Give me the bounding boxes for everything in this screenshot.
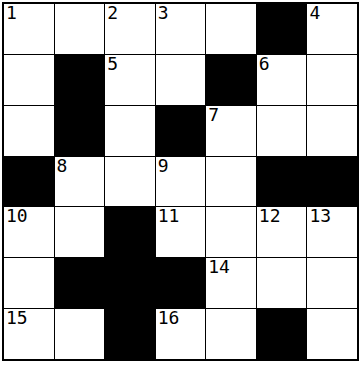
clue-number: 15: [6, 309, 28, 327]
block-r5c3: [105, 207, 155, 257]
cell-r7c7[interactable]: [307, 309, 357, 359]
clue-number: 6: [259, 55, 270, 73]
cell-r3c3[interactable]: [105, 106, 155, 156]
clue-number: 3: [158, 4, 169, 22]
cell-r2c6[interactable]: 6: [257, 55, 307, 105]
cell-r1c4[interactable]: 3: [156, 4, 206, 54]
cell-r5c6[interactable]: 12: [257, 207, 307, 257]
cell-r7c4[interactable]: 16: [156, 309, 206, 359]
cell-r2c7[interactable]: [307, 55, 357, 105]
cell-r3c6[interactable]: [257, 106, 307, 156]
block-r6c2: [55, 258, 105, 308]
cell-r1c7[interactable]: 4: [307, 4, 357, 54]
cell-r2c1[interactable]: [4, 55, 54, 105]
clue-number: 4: [309, 4, 320, 22]
clue-number: 5: [107, 55, 118, 73]
clue-number: 11: [158, 207, 180, 225]
block-r2c5: [206, 55, 256, 105]
cell-r1c1[interactable]: 1: [4, 4, 54, 54]
cell-r5c2[interactable]: [55, 207, 105, 257]
cell-r1c5[interactable]: [206, 4, 256, 54]
cell-r5c1[interactable]: 10: [4, 207, 54, 257]
cell-r4c3[interactable]: [105, 157, 155, 207]
block-r6c4: [156, 258, 206, 308]
clue-number: 9: [158, 157, 169, 175]
block-r4c7: [307, 157, 357, 207]
clue-number: 16: [158, 309, 180, 327]
block-r1c6: [257, 4, 307, 54]
crossword-board: 12345678910111213141516: [2, 2, 359, 361]
clue-number: 8: [57, 157, 68, 175]
cell-r4c2[interactable]: 8: [55, 157, 105, 207]
clue-number: 13: [309, 207, 331, 225]
cell-r6c5[interactable]: 14: [206, 258, 256, 308]
cell-r6c1[interactable]: [4, 258, 54, 308]
cell-r6c6[interactable]: [257, 258, 307, 308]
block-r7c6: [257, 309, 307, 359]
cell-r4c4[interactable]: 9: [156, 157, 206, 207]
cell-r3c5[interactable]: 7: [206, 106, 256, 156]
cell-r2c3[interactable]: 5: [105, 55, 155, 105]
cell-r4c5[interactable]: [206, 157, 256, 207]
clue-number: 1: [6, 4, 17, 22]
block-r6c3: [105, 258, 155, 308]
clue-number: 10: [6, 207, 28, 225]
cell-r1c3[interactable]: 2: [105, 4, 155, 54]
cell-r5c4[interactable]: 11: [156, 207, 206, 257]
cell-r5c5[interactable]: [206, 207, 256, 257]
cell-r2c4[interactable]: [156, 55, 206, 105]
clue-number: 14: [208, 258, 230, 276]
cell-r7c2[interactable]: [55, 309, 105, 359]
cell-r5c7[interactable]: 13: [307, 207, 357, 257]
cell-r1c2[interactable]: [55, 4, 105, 54]
cell-r3c7[interactable]: [307, 106, 357, 156]
block-r4c6: [257, 157, 307, 207]
cell-r7c1[interactable]: 15: [4, 309, 54, 359]
block-r7c3: [105, 309, 155, 359]
block-r3c4: [156, 106, 206, 156]
clue-number: 2: [107, 4, 118, 22]
block-r3c2: [55, 106, 105, 156]
clue-number: 7: [208, 106, 219, 124]
cell-r7c5[interactable]: [206, 309, 256, 359]
block-r4c1: [4, 157, 54, 207]
clue-number: 12: [259, 207, 281, 225]
block-r2c2: [55, 55, 105, 105]
cell-r3c1[interactable]: [4, 106, 54, 156]
cell-r6c7[interactable]: [307, 258, 357, 308]
